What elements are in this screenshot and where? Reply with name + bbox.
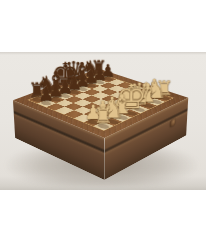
chess-chest-lid: ♜♞♝♛♚♝♞♜♟♟♟♟♟♟♟♟♟♟♟♟♟♟♟♟♜♞♝♛♚♝♞♜ [13,69,188,139]
rook-glyph: ♜ [84,104,124,126]
product-photo: ♜♞♝♛♚♝♞♜♟♟♟♟♟♟♟♟♟♟♟♟♟♟♟♟♜♞♝♛♚♝♞♜ [0,0,206,240]
drawer-knob [170,118,176,127]
pawn-glyph: ♟ [28,85,65,103]
